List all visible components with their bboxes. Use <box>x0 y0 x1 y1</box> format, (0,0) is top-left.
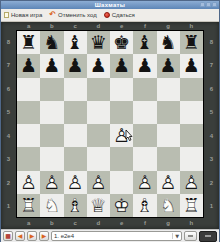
black-king: ♚ <box>110 31 133 54</box>
statusbar-light-button[interactable] <box>184 231 197 241</box>
white-bishop: ♝ <box>64 194 87 217</box>
square-f5[interactable] <box>133 101 156 124</box>
square-g8[interactable]: ♞ <box>157 31 180 54</box>
square-g7[interactable]: ♟ <box>157 54 180 77</box>
white-pawn-outline: ♙ <box>87 171 110 194</box>
square-h3[interactable] <box>180 147 203 170</box>
white-pawn: ♟ <box>87 171 110 194</box>
file-label-b: b <box>40 23 63 30</box>
rank-label-1: 1 <box>1 195 16 219</box>
white-pawn: ♟ <box>64 171 87 194</box>
rank-label-1: 1 <box>204 195 219 219</box>
white-pawn: ♟ <box>157 171 180 194</box>
square-c7[interactable]: ♟ <box>64 54 87 77</box>
white-pawn-outline: ♙ <box>40 171 63 194</box>
last-arrow-icon: ▶ <box>42 233 47 239</box>
rank-label-7: 7 <box>1 54 16 78</box>
square-d4[interactable] <box>87 124 110 147</box>
square-g6[interactable] <box>157 78 180 101</box>
square-h2[interactable]: ♟♙ <box>180 171 203 194</box>
maximize-icon[interactable] <box>206 2 211 7</box>
square-e3[interactable] <box>110 147 133 170</box>
square-b7[interactable]: ♟ <box>40 54 63 77</box>
file-label-c: c <box>64 220 87 227</box>
square-c8[interactable]: ♝ <box>64 31 87 54</box>
square-a2[interactable]: ♟♙ <box>17 171 40 194</box>
window-title: Шахматы <box>1 1 219 9</box>
square-e2[interactable] <box>110 171 133 194</box>
square-b8[interactable]: ♞ <box>40 31 63 54</box>
square-g2[interactable]: ♟♙ <box>157 171 180 194</box>
white-pawn-outline: ♙ <box>17 171 40 194</box>
square-b6[interactable] <box>40 78 63 101</box>
statusbar: ■ ◀ ▶ ▶ 1. e2e4 ▼ <box>1 229 219 242</box>
square-b3[interactable] <box>40 147 63 170</box>
file-label-f: f <box>133 220 156 227</box>
square-d7[interactable]: ♟ <box>87 54 110 77</box>
white-bishop-outline: ♗ <box>64 194 87 217</box>
square-h6[interactable] <box>180 78 203 101</box>
rank-label-4: 4 <box>204 124 219 148</box>
file-label-h: h <box>180 220 203 227</box>
next-arrow-icon: ▶ <box>30 233 35 239</box>
black-pawn: ♟ <box>87 54 110 77</box>
white-knight-outline: ♘ <box>40 194 63 217</box>
square-h4[interactable] <box>180 124 203 147</box>
square-a1[interactable]: ♜♖ <box>17 194 40 217</box>
white-pawn-outline: ♙ <box>133 171 156 194</box>
square-f4[interactable] <box>133 124 156 147</box>
square-h7[interactable]: ♟ <box>180 54 203 77</box>
rank-labels-left: 87654321 <box>1 30 16 218</box>
square-h5[interactable] <box>180 101 203 124</box>
black-bishop: ♝ <box>64 31 87 54</box>
square-b5[interactable] <box>40 101 63 124</box>
square-d8[interactable]: ♛ <box>87 31 110 54</box>
dash-icon <box>188 235 193 237</box>
window-controls <box>200 2 217 7</box>
rank-label-5: 5 <box>1 101 16 125</box>
square-e4[interactable]: ♟♙ <box>110 124 133 147</box>
rank-label-2: 2 <box>1 171 16 195</box>
rank-label-5: 5 <box>204 101 219 125</box>
black-pawn: ♟ <box>64 54 87 77</box>
white-pawn-outline: ♙ <box>180 171 203 194</box>
previous-arrow-icon: ◀ <box>18 233 23 239</box>
square-e5[interactable] <box>110 101 133 124</box>
new-game-button[interactable]: Новая игра <box>4 12 42 18</box>
file-labels-bottom: abcdefgh <box>1 218 219 229</box>
square-f6[interactable] <box>133 78 156 101</box>
square-c3[interactable] <box>64 147 87 170</box>
white-rook: ♜ <box>17 194 40 217</box>
file-label-g: g <box>157 220 180 227</box>
undo-move-label: Отменить ход <box>58 12 97 18</box>
white-pawn: ♟ <box>110 124 133 147</box>
rank-labels-right: 87654321 <box>204 30 219 218</box>
rank-label-4: 4 <box>1 124 16 148</box>
white-pawn-outline: ♙ <box>110 124 133 147</box>
square-g3[interactable] <box>157 147 180 170</box>
square-b2[interactable]: ♟♙ <box>40 171 63 194</box>
last-move-button[interactable]: ▶ <box>39 231 49 241</box>
file-label-d: d <box>87 23 110 30</box>
rank-label-7: 7 <box>204 54 219 78</box>
black-knight: ♞ <box>157 31 180 54</box>
black-pawn: ♟ <box>17 54 40 77</box>
file-label-e: e <box>110 220 133 227</box>
square-f2[interactable]: ♟♙ <box>133 171 156 194</box>
white-bishop-outline: ♗ <box>133 194 156 217</box>
move-history-value: 1. e2e4 <box>54 233 74 239</box>
rank-label-6: 6 <box>1 77 16 101</box>
square-f8[interactable]: ♝ <box>133 31 156 54</box>
square-d1[interactable]: ♛♕ <box>87 194 110 217</box>
chess-app-window: Шахматы Новая игра ↶ Отменить ход Сдатьс… <box>0 0 220 242</box>
square-c1[interactable]: ♝♗ <box>64 194 87 217</box>
file-label-d: d <box>87 220 110 227</box>
square-g5[interactable] <box>157 101 180 124</box>
white-pawn: ♟ <box>180 171 203 194</box>
square-a7[interactable]: ♟ <box>17 54 40 77</box>
file-label-a: a <box>17 23 40 30</box>
resign-label: Сдаться <box>112 12 135 18</box>
chevron-down-icon: ▼ <box>172 233 179 239</box>
black-pawn: ♟ <box>133 54 156 77</box>
minimize-icon[interactable] <box>200 2 205 7</box>
white-bishop: ♝ <box>133 194 156 217</box>
statusbar-dark-button[interactable] <box>199 231 217 242</box>
square-c2[interactable]: ♟♙ <box>64 171 87 194</box>
rank-label-3: 3 <box>1 148 16 172</box>
resign-button[interactable]: Сдаться <box>104 12 135 18</box>
square-h1[interactable]: ♜♖ <box>180 194 203 217</box>
black-pawn: ♟ <box>110 54 133 77</box>
chess-board[interactable]: ♜♞♝♛♚♝♞♜♟♟♟♟♟♟♟♟♟♙♟♙♟♙♟♙♟♙♟♙♟♙♟♙♜♖♞♘♝♗♛♕… <box>16 30 204 218</box>
square-d3[interactable] <box>87 147 110 170</box>
dash-icon <box>205 235 211 237</box>
square-e8[interactable]: ♚ <box>110 31 133 54</box>
square-a6[interactable] <box>17 78 40 101</box>
move-history-dropdown[interactable]: 1. e2e4 ▼ <box>51 231 182 241</box>
rank-label-3: 3 <box>204 148 219 172</box>
file-label-a: a <box>17 220 40 227</box>
square-d2[interactable]: ♟♙ <box>87 171 110 194</box>
white-pawn: ♟ <box>133 171 156 194</box>
first-move-button[interactable]: ■ <box>3 231 13 241</box>
square-c6[interactable] <box>64 78 87 101</box>
square-e1[interactable]: ♚♔ <box>110 194 133 217</box>
square-b1[interactable]: ♞♘ <box>40 194 63 217</box>
white-pawn: ♟ <box>40 171 63 194</box>
square-h8[interactable]: ♜ <box>180 31 203 54</box>
rank-label-8: 8 <box>1 30 16 54</box>
close-icon[interactable] <box>212 2 217 7</box>
white-king-outline: ♔ <box>110 194 133 217</box>
white-rook-outline: ♖ <box>180 194 203 217</box>
white-knight: ♞ <box>157 194 180 217</box>
square-c4[interactable] <box>64 124 87 147</box>
black-bishop: ♝ <box>133 31 156 54</box>
white-pawn: ♟ <box>17 171 40 194</box>
file-label-f: f <box>133 23 156 30</box>
square-e6[interactable] <box>110 78 133 101</box>
square-a3[interactable] <box>17 147 40 170</box>
toolbar: Новая игра ↶ Отменить ход Сдаться <box>1 9 219 22</box>
white-queen: ♛ <box>87 194 110 217</box>
black-pawn: ♟ <box>157 54 180 77</box>
stop-square-icon: ■ <box>5 233 11 239</box>
white-queen-outline: ♕ <box>87 194 110 217</box>
chess-board-frame: abcdefgh 87654321 ♜♞♝♛♚♝♞♜♟♟♟♟♟♟♟♟♟♙♟♙♟♙… <box>1 22 219 229</box>
square-a4[interactable] <box>17 124 40 147</box>
file-label-g: g <box>157 23 180 30</box>
undo-move-icon: ↶ <box>49 12 56 18</box>
square-e7[interactable]: ♟ <box>110 54 133 77</box>
white-pawn-outline: ♙ <box>64 171 87 194</box>
square-f3[interactable] <box>133 147 156 170</box>
black-rook: ♜ <box>180 31 203 54</box>
white-rook: ♜ <box>180 194 203 217</box>
black-pawn: ♟ <box>180 54 203 77</box>
file-label-b: b <box>40 220 63 227</box>
square-d5[interactable] <box>87 101 110 124</box>
rank-label-2: 2 <box>204 171 219 195</box>
rank-label-8: 8 <box>204 30 219 54</box>
black-queen: ♛ <box>87 31 110 54</box>
white-pawn-outline: ♙ <box>157 171 180 194</box>
square-b4[interactable] <box>40 124 63 147</box>
new-game-icon <box>4 12 9 18</box>
next-move-button[interactable]: ▶ <box>27 231 37 241</box>
black-knight: ♞ <box>40 31 63 54</box>
square-f1[interactable]: ♝♗ <box>133 194 156 217</box>
file-label-h: h <box>180 23 203 30</box>
file-labels-top: abcdefgh <box>1 22 219 30</box>
white-rook-outline: ♖ <box>17 194 40 217</box>
file-label-e: e <box>110 23 133 30</box>
white-knight: ♞ <box>40 194 63 217</box>
file-label-c: c <box>64 23 87 30</box>
square-a8[interactable]: ♜ <box>17 31 40 54</box>
square-g4[interactable] <box>157 124 180 147</box>
previous-move-button[interactable]: ◀ <box>15 231 25 241</box>
square-c5[interactable] <box>64 101 87 124</box>
square-a5[interactable] <box>17 101 40 124</box>
rank-label-6: 6 <box>204 77 219 101</box>
titlebar[interactable]: Шахматы <box>1 1 219 9</box>
white-king: ♚ <box>110 194 133 217</box>
undo-move-button[interactable]: ↶ Отменить ход <box>49 12 96 18</box>
black-rook: ♜ <box>17 31 40 54</box>
new-game-label: Новая игра <box>11 12 42 18</box>
square-d6[interactable] <box>87 78 110 101</box>
black-pawn: ♟ <box>40 54 63 77</box>
square-g1[interactable]: ♞♘ <box>157 194 180 217</box>
resign-icon <box>104 12 110 18</box>
square-f7[interactable]: ♟ <box>133 54 156 77</box>
white-knight-outline: ♘ <box>157 194 180 217</box>
